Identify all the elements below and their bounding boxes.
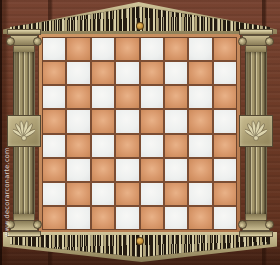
square-h2[interactable] xyxy=(214,183,236,205)
square-d8[interactable] xyxy=(116,38,138,60)
palmette-icon xyxy=(13,119,35,143)
square-g3[interactable] xyxy=(189,159,211,181)
square-f2[interactable] xyxy=(165,183,187,205)
ionic-column-left xyxy=(7,29,41,237)
square-e6[interactable] xyxy=(141,86,163,108)
square-g7[interactable] xyxy=(189,62,211,84)
square-c3[interactable] xyxy=(92,159,114,181)
square-d5[interactable] xyxy=(116,110,138,132)
column-capital-icon xyxy=(7,214,41,237)
square-g2[interactable] xyxy=(189,183,211,205)
square-e7[interactable] xyxy=(141,62,163,84)
square-e8[interactable] xyxy=(141,38,163,60)
square-g5[interactable] xyxy=(189,110,211,132)
square-c2[interactable] xyxy=(92,183,114,205)
square-b8[interactable] xyxy=(67,38,89,60)
palmette-block xyxy=(7,115,41,147)
square-f4[interactable] xyxy=(165,135,187,157)
square-d6[interactable] xyxy=(116,86,138,108)
square-a2[interactable] xyxy=(43,183,65,205)
square-c5[interactable] xyxy=(92,110,114,132)
square-e3[interactable] xyxy=(141,159,163,181)
chess-set-photo: www.decorarconarte.com xyxy=(0,0,280,265)
square-h5[interactable] xyxy=(214,110,236,132)
square-e4[interactable] xyxy=(141,135,163,157)
square-c8[interactable] xyxy=(92,38,114,60)
square-e2[interactable] xyxy=(141,183,163,205)
gold-medallion-icon xyxy=(136,22,144,30)
palmette-block xyxy=(239,115,273,147)
volutes-icon xyxy=(10,35,38,46)
square-h8[interactable] xyxy=(214,38,236,60)
square-c7[interactable] xyxy=(92,62,114,84)
square-h3[interactable] xyxy=(214,159,236,181)
square-h7[interactable] xyxy=(214,62,236,84)
square-c4[interactable] xyxy=(92,135,114,157)
square-a3[interactable] xyxy=(43,159,65,181)
square-d7[interactable] xyxy=(116,62,138,84)
square-b5[interactable] xyxy=(67,110,89,132)
square-a6[interactable] xyxy=(43,86,65,108)
ionic-column-right xyxy=(239,29,273,237)
square-d4[interactable] xyxy=(116,135,138,157)
square-h4[interactable] xyxy=(214,135,236,157)
square-b2[interactable] xyxy=(67,183,89,205)
square-b6[interactable] xyxy=(67,86,89,108)
square-c1[interactable] xyxy=(92,207,114,229)
square-d2[interactable] xyxy=(116,183,138,205)
column-capital-icon xyxy=(239,29,273,52)
volutes-icon xyxy=(242,35,270,46)
square-b7[interactable] xyxy=(67,62,89,84)
temple-pediment-top xyxy=(3,2,277,34)
square-d1[interactable] xyxy=(116,207,138,229)
square-d3[interactable] xyxy=(116,159,138,181)
chess-board xyxy=(38,33,241,234)
palmette-icon xyxy=(245,119,267,143)
square-h6[interactable] xyxy=(214,86,236,108)
square-g6[interactable] xyxy=(189,86,211,108)
square-e1[interactable] xyxy=(141,207,163,229)
square-g1[interactable] xyxy=(189,207,211,229)
square-b1[interactable] xyxy=(67,207,89,229)
square-f8[interactable] xyxy=(165,38,187,60)
volutes-icon xyxy=(10,220,38,231)
square-e5[interactable] xyxy=(141,110,163,132)
square-a8[interactable] xyxy=(43,38,65,60)
watermark-text: www.decorarconarte.com xyxy=(2,147,12,237)
square-a5[interactable] xyxy=(43,110,65,132)
square-g4[interactable] xyxy=(189,135,211,157)
column-capital-icon xyxy=(7,29,41,52)
square-c6[interactable] xyxy=(92,86,114,108)
square-b3[interactable] xyxy=(67,159,89,181)
square-a4[interactable] xyxy=(43,135,65,157)
gold-medallion-icon xyxy=(136,237,144,245)
square-f5[interactable] xyxy=(165,110,187,132)
square-a1[interactable] xyxy=(43,207,65,229)
square-a7[interactable] xyxy=(43,62,65,84)
square-b4[interactable] xyxy=(67,135,89,157)
column-capital-icon xyxy=(239,214,273,237)
square-f1[interactable] xyxy=(165,207,187,229)
temple-pediment-bottom xyxy=(3,232,277,262)
square-g8[interactable] xyxy=(189,38,211,60)
volutes-icon xyxy=(242,220,270,231)
board-grid xyxy=(42,37,237,230)
square-f7[interactable] xyxy=(165,62,187,84)
square-f3[interactable] xyxy=(165,159,187,181)
square-h1[interactable] xyxy=(214,207,236,229)
square-f6[interactable] xyxy=(165,86,187,108)
